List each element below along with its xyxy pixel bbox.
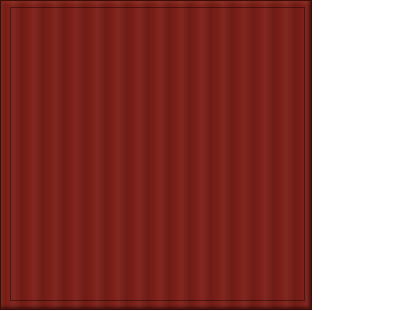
file-labels: [11, 300, 304, 309]
chess-board: [11, 8, 304, 300]
chess-diagram-page: [0, 0, 414, 311]
rank-labels: [1, 8, 11, 300]
chess-board-frame: [0, 0, 312, 310]
